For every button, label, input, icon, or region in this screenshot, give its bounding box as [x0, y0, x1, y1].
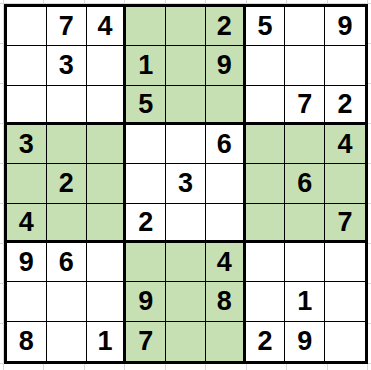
- cell-r1c3[interactable]: 4: [87, 7, 127, 46]
- cell-r4c1[interactable]: 3: [7, 125, 47, 164]
- cell-r7c4[interactable]: [126, 243, 166, 282]
- cell-r9c1[interactable]: 8: [7, 322, 47, 361]
- cell-r7c3[interactable]: [87, 243, 127, 282]
- cell-r2c2[interactable]: 3: [47, 46, 87, 85]
- cell-r8c6[interactable]: 8: [206, 282, 246, 321]
- cell-r8c1[interactable]: [7, 282, 47, 321]
- cell-r2c6[interactable]: 9: [206, 46, 246, 85]
- cell-r5c4[interactable]: [126, 164, 166, 203]
- cell-r2c5[interactable]: [166, 46, 206, 85]
- cell-r4c9[interactable]: 4: [325, 125, 365, 164]
- cell-r1c7[interactable]: 5: [246, 7, 286, 46]
- cell-r1c8[interactable]: [285, 7, 325, 46]
- cell-r7c9[interactable]: [325, 243, 365, 282]
- cell-r4c3[interactable]: [87, 125, 127, 164]
- cell-r8c5[interactable]: [166, 282, 206, 321]
- cell-r9c2[interactable]: [47, 322, 87, 361]
- cell-r6c8[interactable]: [285, 204, 325, 243]
- cell-r5c8[interactable]: 6: [285, 164, 325, 203]
- cell-r6c7[interactable]: [246, 204, 286, 243]
- cell-r6c3[interactable]: [87, 204, 127, 243]
- cell-r5c7[interactable]: [246, 164, 286, 203]
- cell-r7c1[interactable]: 9: [7, 243, 47, 282]
- cell-r7c2[interactable]: 6: [47, 243, 87, 282]
- cell-r9c6[interactable]: [206, 322, 246, 361]
- cell-r7c6[interactable]: 4: [206, 243, 246, 282]
- cell-r1c6[interactable]: 2: [206, 7, 246, 46]
- cell-r9c9[interactable]: [325, 322, 365, 361]
- cell-r8c3[interactable]: [87, 282, 127, 321]
- cell-r3c9[interactable]: 2: [325, 86, 365, 125]
- cell-r2c9[interactable]: [325, 46, 365, 85]
- cell-r4c2[interactable]: [47, 125, 87, 164]
- cell-r2c4[interactable]: 1: [126, 46, 166, 85]
- cell-r1c5[interactable]: [166, 7, 206, 46]
- cell-r4c6[interactable]: 6: [206, 125, 246, 164]
- cell-r1c2[interactable]: 7: [47, 7, 87, 46]
- cell-r3c7[interactable]: [246, 86, 286, 125]
- cell-r4c4[interactable]: [126, 125, 166, 164]
- cell-r5c2[interactable]: 2: [47, 164, 87, 203]
- cell-r3c1[interactable]: [7, 86, 47, 125]
- cell-r6c4[interactable]: 2: [126, 204, 166, 243]
- cell-r8c9[interactable]: [325, 282, 365, 321]
- cell-r8c8[interactable]: 1: [285, 282, 325, 321]
- cell-r5c9[interactable]: [325, 164, 365, 203]
- cell-r7c5[interactable]: [166, 243, 206, 282]
- cell-r1c4[interactable]: [126, 7, 166, 46]
- cell-r3c2[interactable]: [47, 86, 87, 125]
- cell-r4c5[interactable]: [166, 125, 206, 164]
- cell-r9c7[interactable]: 2: [246, 322, 286, 361]
- sudoku-board: 7425931957236423642796498181729: [4, 4, 368, 364]
- cell-r6c9[interactable]: 7: [325, 204, 365, 243]
- cell-r2c1[interactable]: [7, 46, 47, 85]
- cell-r9c4[interactable]: 7: [126, 322, 166, 361]
- cell-r9c3[interactable]: 1: [87, 322, 127, 361]
- cell-r4c7[interactable]: [246, 125, 286, 164]
- cell-r7c8[interactable]: [285, 243, 325, 282]
- cell-r9c8[interactable]: 9: [285, 322, 325, 361]
- cell-r3c8[interactable]: 7: [285, 86, 325, 125]
- cell-r5c3[interactable]: [87, 164, 127, 203]
- cell-r6c5[interactable]: [166, 204, 206, 243]
- cell-r5c6[interactable]: [206, 164, 246, 203]
- cell-r3c6[interactable]: [206, 86, 246, 125]
- cell-r6c1[interactable]: 4: [7, 204, 47, 243]
- cell-r6c2[interactable]: [47, 204, 87, 243]
- cell-r5c1[interactable]: [7, 164, 47, 203]
- cell-r2c7[interactable]: [246, 46, 286, 85]
- cell-r3c5[interactable]: [166, 86, 206, 125]
- cell-r1c9[interactable]: 9: [325, 7, 365, 46]
- cell-r4c8[interactable]: [285, 125, 325, 164]
- cell-r7c7[interactable]: [246, 243, 286, 282]
- cell-r8c4[interactable]: 9: [126, 282, 166, 321]
- cell-r8c2[interactable]: [47, 282, 87, 321]
- cell-r2c8[interactable]: [285, 46, 325, 85]
- cell-r2c3[interactable]: [87, 46, 127, 85]
- cell-r6c6[interactable]: [206, 204, 246, 243]
- cell-r8c7[interactable]: [246, 282, 286, 321]
- cell-r3c4[interactable]: 5: [126, 86, 166, 125]
- cell-r9c5[interactable]: [166, 322, 206, 361]
- cell-r3c3[interactable]: [87, 86, 127, 125]
- cell-r1c1[interactable]: [7, 7, 47, 46]
- cell-r5c5[interactable]: 3: [166, 164, 206, 203]
